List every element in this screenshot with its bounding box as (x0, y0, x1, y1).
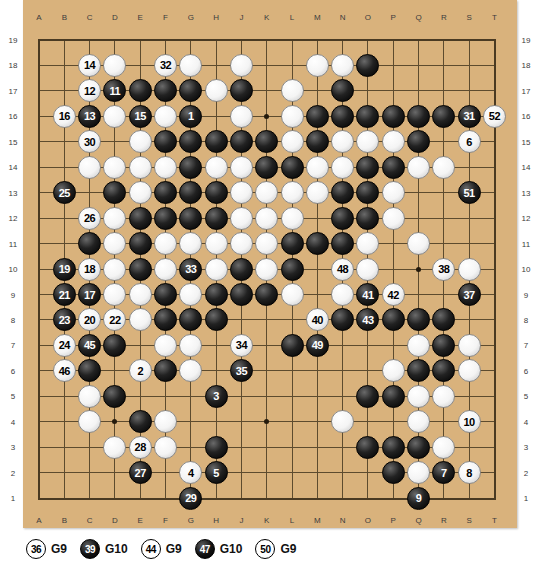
stone-M7: 49 (306, 334, 329, 357)
stone-B16: 16 (53, 105, 76, 128)
stone-M18 (306, 54, 329, 77)
row-label-right-16: 16 (522, 112, 531, 121)
stone-R3 (432, 436, 455, 459)
stone-H8 (205, 308, 228, 331)
stone-M16 (306, 105, 329, 128)
stone-E10 (129, 258, 152, 281)
stone-E15 (129, 130, 152, 153)
caption-stone-39: 39 (80, 539, 100, 559)
stone-S16: 31 (458, 105, 481, 128)
column-label-top-A: A (36, 13, 41, 22)
stone-M11 (306, 232, 329, 255)
stone-L16 (281, 105, 304, 128)
row-label-left-4: 4 (11, 417, 15, 426)
stone-M14 (306, 156, 329, 179)
stone-E8 (129, 308, 152, 331)
stone-H12 (205, 207, 228, 230)
stone-C9: 17 (78, 283, 101, 306)
stone-Q1: 9 (407, 487, 430, 510)
stone-S13: 51 (458, 181, 481, 204)
row-label-left-14: 14 (9, 163, 18, 172)
star-point-Q10 (416, 267, 421, 272)
stone-N12 (331, 207, 354, 230)
column-label-bottom-S: S (466, 516, 471, 525)
stone-L12 (281, 207, 304, 230)
move-caption: 36G939G1044G947G1050G9 (26, 537, 296, 561)
row-label-right-17: 17 (522, 86, 531, 95)
column-label-bottom-Q: Q (415, 516, 421, 525)
row-label-right-18: 18 (522, 61, 531, 70)
go-diagram-page: AABBCCDDEEFFGGHHJJKKLLMMNNOOPPQQRRSSTT19… (0, 0, 540, 577)
stone-E17 (129, 79, 152, 102)
stone-E2: 27 (129, 461, 152, 484)
column-label-top-S: S (466, 13, 471, 22)
column-label-top-D: D (112, 13, 118, 22)
stone-S6 (458, 359, 481, 382)
stone-T16: 52 (483, 105, 506, 128)
stone-C12: 26 (78, 207, 101, 230)
stone-O12 (356, 207, 379, 230)
stone-P12 (382, 207, 405, 230)
stone-K12 (255, 207, 278, 230)
column-label-bottom-C: C (87, 516, 93, 525)
stone-P2 (382, 461, 405, 484)
stone-H17 (205, 79, 228, 102)
row-label-right-7: 7 (524, 341, 528, 350)
stone-S7 (458, 334, 481, 357)
stone-P14 (382, 156, 405, 179)
stone-L15 (281, 130, 304, 153)
stone-C10: 18 (78, 258, 101, 281)
stone-R14 (432, 156, 455, 179)
stone-H2: 5 (205, 461, 228, 484)
column-label-top-P: P (391, 13, 396, 22)
stone-J16 (230, 105, 253, 128)
stone-E3: 28 (129, 436, 152, 459)
stone-F12 (154, 207, 177, 230)
column-label-bottom-L: L (290, 516, 294, 525)
stone-E4 (129, 410, 152, 433)
column-label-top-G: G (188, 13, 194, 22)
stone-C18: 14 (78, 54, 101, 77)
row-label-right-15: 15 (522, 137, 531, 146)
column-label-bottom-R: R (441, 516, 447, 525)
column-label-bottom-A: A (36, 516, 41, 525)
stone-C16: 13 (78, 105, 101, 128)
stone-J13 (230, 181, 253, 204)
column-label-top-N: N (340, 13, 346, 22)
stone-J10 (230, 258, 253, 281)
column-label-top-F: F (163, 13, 168, 22)
stone-F18: 32 (154, 54, 177, 77)
column-label-bottom-J: J (239, 516, 243, 525)
stone-H15 (205, 130, 228, 153)
row-label-right-9: 9 (524, 290, 528, 299)
stone-S15: 6 (458, 130, 481, 153)
stone-M15 (306, 130, 329, 153)
stone-H10 (205, 258, 228, 281)
caption-move-36: 36G9 (26, 539, 67, 559)
stone-C14 (78, 156, 101, 179)
stone-G16: 1 (179, 105, 202, 128)
stone-J7: 34 (230, 334, 253, 357)
stone-R5 (432, 385, 455, 408)
stone-F16 (154, 105, 177, 128)
stone-P8 (382, 308, 405, 331)
caption-stone-36: 36 (26, 539, 46, 559)
caption-move-47: 47G10 (195, 539, 243, 559)
stone-F3 (154, 436, 177, 459)
stone-G10: 33 (179, 258, 202, 281)
stone-Q7 (407, 334, 430, 357)
stone-O10 (356, 258, 379, 281)
row-label-right-5: 5 (524, 392, 528, 401)
stone-H14 (205, 156, 228, 179)
row-label-left-10: 10 (9, 265, 18, 274)
row-label-left-5: 5 (11, 392, 15, 401)
stone-G14 (179, 156, 202, 179)
stone-H11 (205, 232, 228, 255)
caption-stone-47: 47 (195, 539, 215, 559)
stone-J12 (230, 207, 253, 230)
column-label-bottom-G: G (188, 516, 194, 525)
stone-J9 (230, 283, 253, 306)
stone-J18 (230, 54, 253, 77)
stone-B10: 19 (53, 258, 76, 281)
caption-move-44: 44G9 (141, 539, 182, 559)
stone-P13 (382, 181, 405, 204)
stone-N18 (331, 54, 354, 77)
stone-B13: 25 (53, 181, 76, 204)
stone-Q5 (407, 385, 430, 408)
stone-E12 (129, 207, 152, 230)
column-label-bottom-E: E (138, 516, 143, 525)
stone-C5 (78, 385, 101, 408)
column-label-bottom-N: N (340, 516, 346, 525)
caption-stone-50: 50 (255, 539, 275, 559)
stone-R10: 38 (432, 258, 455, 281)
row-label-right-4: 4 (524, 417, 528, 426)
stone-E6: 2 (129, 359, 152, 382)
stone-C7: 45 (78, 334, 101, 357)
stone-O14 (356, 156, 379, 179)
stone-K14 (255, 156, 278, 179)
column-label-top-C: C (87, 13, 93, 22)
stone-F10 (154, 258, 177, 281)
row-label-right-8: 8 (524, 315, 528, 324)
stone-J11 (230, 232, 253, 255)
row-label-left-18: 18 (9, 61, 18, 70)
column-label-top-E: E (138, 13, 143, 22)
stone-H9 (205, 283, 228, 306)
stone-F14 (154, 156, 177, 179)
stone-H13 (205, 181, 228, 204)
caption-coordinate: G10 (220, 542, 243, 556)
stone-B9: 21 (53, 283, 76, 306)
row-label-right-1: 1 (524, 494, 528, 503)
stone-Q14 (407, 156, 430, 179)
stone-Q2 (407, 461, 430, 484)
column-label-bottom-D: D (112, 516, 118, 525)
stone-N14 (331, 156, 354, 179)
stone-D12 (103, 207, 126, 230)
row-label-left-16: 16 (9, 112, 18, 121)
stone-P9: 42 (382, 283, 405, 306)
row-label-left-7: 7 (11, 341, 15, 350)
stone-P6 (382, 359, 405, 382)
stone-P16 (382, 105, 405, 128)
column-label-top-K: K (264, 13, 269, 22)
column-label-top-M: M (314, 13, 321, 22)
stone-H5: 3 (205, 385, 228, 408)
stone-L7 (281, 334, 304, 357)
caption-stone-44: 44 (141, 539, 161, 559)
row-label-left-19: 19 (9, 36, 18, 45)
caption-coordinate: G9 (51, 542, 67, 556)
row-label-left-1: 1 (11, 494, 15, 503)
stone-L14 (281, 156, 304, 179)
caption-coordinate: G9 (166, 542, 182, 556)
stone-Q11 (407, 232, 430, 255)
row-label-right-2: 2 (524, 468, 528, 477)
stone-B7: 24 (53, 334, 76, 357)
stone-K10 (255, 258, 278, 281)
row-label-left-15: 15 (9, 137, 18, 146)
stone-P15 (382, 130, 405, 153)
stone-N16 (331, 105, 354, 128)
column-label-top-L: L (290, 13, 294, 22)
stone-P3 (382, 436, 405, 459)
row-label-left-17: 17 (9, 86, 18, 95)
caption-coordinate: G9 (280, 542, 296, 556)
column-label-bottom-P: P (391, 516, 396, 525)
stone-O3 (356, 436, 379, 459)
row-label-left-13: 13 (9, 188, 18, 197)
stone-N9 (331, 283, 354, 306)
column-label-top-B: B (62, 13, 67, 22)
stone-S4: 10 (458, 410, 481, 433)
column-label-bottom-O: O (365, 516, 371, 525)
row-label-right-3: 3 (524, 443, 528, 452)
stone-L9 (281, 283, 304, 306)
column-label-top-J: J (239, 13, 243, 22)
stone-E9 (129, 283, 152, 306)
stone-D10 (103, 258, 126, 281)
stone-B6: 46 (53, 359, 76, 382)
stone-N10: 48 (331, 258, 354, 281)
row-label-right-6: 6 (524, 366, 528, 375)
stone-S9: 37 (458, 283, 481, 306)
row-label-left-6: 6 (11, 366, 15, 375)
stone-G1: 29 (179, 487, 202, 510)
stone-Q16 (407, 105, 430, 128)
stone-E14 (129, 156, 152, 179)
row-label-right-14: 14 (522, 163, 531, 172)
stone-L17 (281, 79, 304, 102)
stone-J14 (230, 156, 253, 179)
stone-P5 (382, 385, 405, 408)
stone-S10 (458, 258, 481, 281)
column-label-top-Q: Q (415, 13, 421, 22)
row-label-right-13: 13 (522, 188, 531, 197)
stone-F9 (154, 283, 177, 306)
column-label-bottom-T: T (492, 516, 497, 525)
row-label-left-3: 3 (11, 443, 15, 452)
stone-L11 (281, 232, 304, 255)
column-label-top-O: O (365, 13, 371, 22)
row-label-right-10: 10 (522, 265, 531, 274)
column-label-top-H: H (213, 13, 219, 22)
row-label-right-19: 19 (522, 36, 531, 45)
column-label-bottom-K: K (264, 516, 269, 525)
stone-S2: 8 (458, 461, 481, 484)
row-label-left-12: 12 (9, 214, 18, 223)
column-label-top-R: R (441, 13, 447, 22)
stone-E16: 15 (129, 105, 152, 128)
row-label-left-11: 11 (9, 239, 17, 248)
stone-H3 (205, 436, 228, 459)
caption-coordinate: G10 (105, 542, 128, 556)
stone-D14 (103, 156, 126, 179)
stone-E11 (129, 232, 152, 255)
row-label-left-2: 2 (11, 468, 15, 477)
row-label-right-11: 11 (522, 239, 530, 248)
stone-F7 (154, 334, 177, 357)
column-label-bottom-F: F (163, 516, 168, 525)
row-label-left-8: 8 (11, 315, 15, 324)
stone-L10 (281, 258, 304, 281)
caption-move-50: 50G9 (255, 539, 296, 559)
column-label-bottom-M: M (314, 516, 321, 525)
stone-G12 (179, 207, 202, 230)
caption-move-39: 39G10 (80, 539, 128, 559)
stone-E13 (129, 181, 152, 204)
row-label-right-12: 12 (522, 214, 531, 223)
stone-D3 (103, 436, 126, 459)
column-label-bottom-B: B (62, 516, 67, 525)
column-label-bottom-H: H (213, 516, 219, 525)
stone-L13 (281, 181, 304, 204)
row-label-left-9: 9 (11, 290, 15, 299)
stone-R16 (432, 105, 455, 128)
stone-M13 (306, 181, 329, 204)
stone-F11 (154, 232, 177, 255)
column-label-top-T: T (492, 13, 497, 22)
stone-Q3 (407, 436, 430, 459)
